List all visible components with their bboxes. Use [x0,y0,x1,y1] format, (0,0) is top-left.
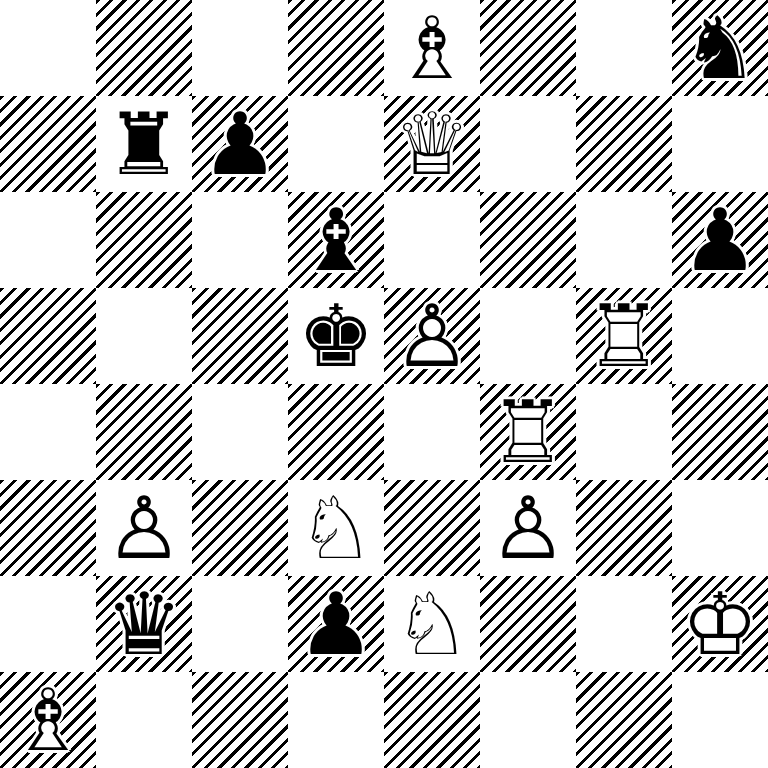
square-c8[interactable] [192,0,288,96]
piece-black-bishop[interactable]: ♝ [288,192,384,288]
piece-white-knight[interactable]: ♘ [384,576,480,672]
square-b8[interactable] [96,0,192,96]
square-e7[interactable]: ♛♕ [384,96,480,192]
square-e1[interactable] [384,672,480,768]
square-g2[interactable] [576,576,672,672]
square-a2[interactable] [0,576,96,672]
square-e2[interactable]: ♞♘ [384,576,480,672]
square-g6[interactable] [576,192,672,288]
square-h3[interactable] [672,480,768,576]
chess-board: ♝♗♞♞♜♜♟♟♛♕♝♝♟♟♚♚♟♙♜♖♜♖♟♙♞♘♟♙♛♛♟♟♞♘♚♔♝♗ [0,0,768,768]
square-e6[interactable] [384,192,480,288]
piece-black-king[interactable]: ♚ [288,288,384,384]
square-f5[interactable] [480,288,576,384]
square-b6[interactable] [96,192,192,288]
piece-black-pawn[interactable]: ♟ [288,576,384,672]
square-d4[interactable] [288,384,384,480]
piece-white-rook[interactable]: ♖ [480,384,576,480]
square-h7[interactable] [672,96,768,192]
square-f8[interactable] [480,0,576,96]
square-e5[interactable]: ♟♙ [384,288,480,384]
square-c7[interactable]: ♟♟ [192,96,288,192]
square-b4[interactable] [96,384,192,480]
piece-white-king[interactable]: ♔ [672,576,768,672]
square-b3[interactable]: ♟♙ [96,480,192,576]
square-h1[interactable] [672,672,768,768]
piece-white-queen[interactable]: ♕ [384,96,480,192]
square-f2[interactable] [480,576,576,672]
square-g5[interactable]: ♜♖ [576,288,672,384]
square-a7[interactable] [0,96,96,192]
piece-black-rook[interactable]: ♜ [96,96,192,192]
square-h4[interactable] [672,384,768,480]
square-d3[interactable]: ♞♘ [288,480,384,576]
square-d8[interactable] [288,0,384,96]
square-h2[interactable]: ♚♔ [672,576,768,672]
square-b7[interactable]: ♜♜ [96,96,192,192]
square-h5[interactable] [672,288,768,384]
piece-black-pawn[interactable]: ♟ [672,192,768,288]
square-g7[interactable] [576,96,672,192]
square-e3[interactable] [384,480,480,576]
piece-white-bishop[interactable]: ♗ [0,672,96,768]
square-c6[interactable] [192,192,288,288]
piece-black-knight[interactable]: ♞ [672,0,768,96]
square-d1[interactable] [288,672,384,768]
square-d2[interactable]: ♟♟ [288,576,384,672]
square-g1[interactable] [576,672,672,768]
square-b2[interactable]: ♛♛ [96,576,192,672]
square-a8[interactable] [0,0,96,96]
square-c3[interactable] [192,480,288,576]
square-h6[interactable]: ♟♟ [672,192,768,288]
square-f7[interactable] [480,96,576,192]
square-c4[interactable] [192,384,288,480]
square-c2[interactable] [192,576,288,672]
square-e4[interactable] [384,384,480,480]
square-f1[interactable] [480,672,576,768]
square-a1[interactable]: ♝♗ [0,672,96,768]
square-f3[interactable]: ♟♙ [480,480,576,576]
square-f4[interactable]: ♜♖ [480,384,576,480]
square-a5[interactable] [0,288,96,384]
square-b1[interactable] [96,672,192,768]
piece-white-pawn[interactable]: ♙ [384,288,480,384]
square-d7[interactable] [288,96,384,192]
square-g8[interactable] [576,0,672,96]
square-a4[interactable] [0,384,96,480]
piece-white-knight[interactable]: ♘ [288,480,384,576]
piece-white-bishop[interactable]: ♗ [384,0,480,96]
square-h8[interactable]: ♞♞ [672,0,768,96]
square-a6[interactable] [0,192,96,288]
piece-black-pawn[interactable]: ♟ [192,96,288,192]
square-d6[interactable]: ♝♝ [288,192,384,288]
square-c1[interactable] [192,672,288,768]
square-g4[interactable] [576,384,672,480]
piece-white-pawn[interactable]: ♙ [480,480,576,576]
square-d5[interactable]: ♚♚ [288,288,384,384]
piece-black-queen[interactable]: ♛ [96,576,192,672]
square-e8[interactable]: ♝♗ [384,0,480,96]
square-a3[interactable] [0,480,96,576]
piece-white-pawn[interactable]: ♙ [96,480,192,576]
square-f6[interactable] [480,192,576,288]
square-g3[interactable] [576,480,672,576]
chess-board-wrap: ♝♗♞♞♜♜♟♟♛♕♝♝♟♟♚♚♟♙♜♖♜♖♟♙♞♘♟♙♛♛♟♟♞♘♚♔♝♗ [0,0,768,768]
square-c5[interactable] [192,288,288,384]
piece-white-rook[interactable]: ♖ [576,288,672,384]
square-b5[interactable] [96,288,192,384]
